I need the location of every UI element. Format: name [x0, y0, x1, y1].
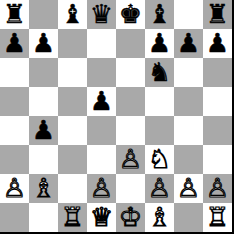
piece-wp-g2: ♙	[177, 174, 200, 203]
square-a3[interactable]	[0, 145, 29, 174]
square-h2[interactable]: ♙	[203, 174, 232, 203]
square-d5[interactable]: ♟	[87, 87, 116, 116]
piece-bp-f7: ♟	[148, 29, 171, 58]
piece-wr-h1: ♖	[206, 203, 229, 232]
square-a2[interactable]: ♙	[0, 174, 29, 203]
piece-bp-b4: ♟	[32, 116, 55, 145]
square-c5[interactable]	[58, 87, 87, 116]
square-b1[interactable]	[29, 203, 58, 232]
square-b6[interactable]	[29, 58, 58, 87]
square-g2[interactable]: ♙	[174, 174, 203, 203]
square-f5[interactable]	[145, 87, 174, 116]
square-h8[interactable]: ♜	[203, 0, 232, 29]
square-g5[interactable]	[174, 87, 203, 116]
piece-bp-h7: ♟	[206, 29, 229, 58]
square-g4[interactable]	[174, 116, 203, 145]
square-h1[interactable]: ♖	[203, 203, 232, 232]
piece-bb-c8: ♝	[61, 0, 84, 29]
square-e4[interactable]	[116, 116, 145, 145]
square-c1[interactable]: ♖	[58, 203, 87, 232]
square-d6[interactable]	[87, 58, 116, 87]
square-c7[interactable]	[58, 29, 87, 58]
piece-wk-e1: ♔	[119, 203, 142, 232]
square-g6[interactable]	[174, 58, 203, 87]
square-d3[interactable]	[87, 145, 116, 174]
piece-wp-f2: ♙	[148, 174, 171, 203]
square-e2[interactable]	[116, 174, 145, 203]
square-g8[interactable]	[174, 0, 203, 29]
square-f4[interactable]	[145, 116, 174, 145]
square-f7[interactable]: ♟	[145, 29, 174, 58]
piece-wb-b2: ♗	[32, 174, 55, 203]
square-d7[interactable]	[87, 29, 116, 58]
square-h4[interactable]	[203, 116, 232, 145]
square-a5[interactable]	[0, 87, 29, 116]
square-h7[interactable]: ♟	[203, 29, 232, 58]
piece-bp-d5: ♟	[90, 87, 113, 116]
square-e5[interactable]	[116, 87, 145, 116]
square-g1[interactable]	[174, 203, 203, 232]
square-b5[interactable]	[29, 87, 58, 116]
square-h5[interactable]	[203, 87, 232, 116]
square-b4[interactable]: ♟	[29, 116, 58, 145]
square-a6[interactable]	[0, 58, 29, 87]
square-c2[interactable]	[58, 174, 87, 203]
piece-bp-b7: ♟	[32, 29, 55, 58]
piece-wp-d2: ♙	[90, 174, 113, 203]
square-d8[interactable]: ♛	[87, 0, 116, 29]
square-b8[interactable]	[29, 0, 58, 29]
piece-bb-f8: ♝	[148, 0, 171, 29]
piece-bp-a7: ♟	[3, 29, 26, 58]
square-a1[interactable]	[0, 203, 29, 232]
piece-wr-c1: ♖	[61, 203, 84, 232]
square-e3[interactable]: ♙	[116, 145, 145, 174]
square-c6[interactable]	[58, 58, 87, 87]
square-g3[interactable]	[174, 145, 203, 174]
square-a8[interactable]: ♜	[0, 0, 29, 29]
square-f1[interactable]: ♗	[145, 203, 174, 232]
piece-wp-e3: ♙	[119, 145, 142, 174]
square-e8[interactable]: ♚	[116, 0, 145, 29]
piece-bp-g7: ♟	[177, 29, 200, 58]
piece-wn-f3: ♘	[148, 145, 171, 174]
square-f3[interactable]: ♘	[145, 145, 174, 174]
square-a7[interactable]: ♟	[0, 29, 29, 58]
square-d1[interactable]: ♕	[87, 203, 116, 232]
square-h6[interactable]	[203, 58, 232, 87]
square-f8[interactable]: ♝	[145, 0, 174, 29]
piece-bk-e8: ♚	[119, 0, 142, 29]
square-c8[interactable]: ♝	[58, 0, 87, 29]
piece-wp-a2: ♙	[3, 174, 26, 203]
square-a4[interactable]	[0, 116, 29, 145]
square-f6[interactable]: ♞	[145, 58, 174, 87]
piece-br-h8: ♜	[206, 0, 229, 29]
square-d2[interactable]: ♙	[87, 174, 116, 203]
chess-board: ♜♝♛♚♝♜♟♟♟♟♟♞♟♟♙♘♙♗♙♙♙♙♖♕♔♗♖	[0, 0, 234, 234]
square-b2[interactable]: ♗	[29, 174, 58, 203]
piece-br-a8: ♜	[3, 0, 26, 29]
square-f2[interactable]: ♙	[145, 174, 174, 203]
square-e6[interactable]	[116, 58, 145, 87]
piece-wp-h2: ♙	[206, 174, 229, 203]
piece-wb-f1: ♗	[148, 203, 171, 232]
piece-bq-d8: ♛	[90, 0, 113, 29]
piece-bn-f6: ♞	[148, 58, 171, 87]
square-e7[interactable]	[116, 29, 145, 58]
square-e1[interactable]: ♔	[116, 203, 145, 232]
square-c4[interactable]	[58, 116, 87, 145]
piece-wq-d1: ♕	[90, 203, 113, 232]
square-d4[interactable]	[87, 116, 116, 145]
square-c3[interactable]	[58, 145, 87, 174]
square-b7[interactable]: ♟	[29, 29, 58, 58]
square-g7[interactable]: ♟	[174, 29, 203, 58]
square-b3[interactable]	[29, 145, 58, 174]
square-h3[interactable]	[203, 145, 232, 174]
